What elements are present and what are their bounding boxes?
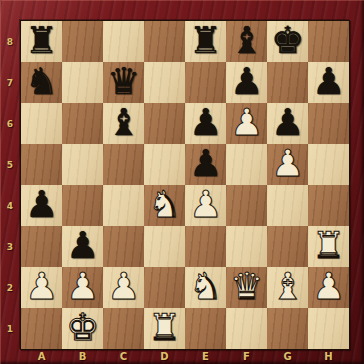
square-g4[interactable] (267, 185, 308, 226)
file-label-e: E (185, 349, 226, 364)
square-a1[interactable] (21, 308, 62, 349)
square-h6[interactable] (308, 103, 349, 144)
square-e1[interactable] (185, 308, 226, 349)
square-a5[interactable] (21, 144, 62, 185)
black-rook[interactable]: ♜ (25, 21, 58, 61)
white-pawn[interactable]: ♟ (230, 103, 263, 143)
file-label-b: B (62, 349, 103, 364)
square-f5[interactable] (226, 144, 267, 185)
square-b4[interactable] (62, 185, 103, 226)
white-bishop[interactable]: ♝ (271, 267, 304, 307)
square-e8[interactable]: ♜ (185, 21, 226, 62)
square-g7[interactable] (267, 62, 308, 103)
file-label-f: F (226, 349, 267, 364)
square-e4[interactable]: ♟ (185, 185, 226, 226)
square-a6[interactable] (21, 103, 62, 144)
square-b7[interactable] (62, 62, 103, 103)
file-label-g: G (267, 349, 308, 364)
rank-label-7: 7 (0, 62, 20, 103)
file-label-a: A (21, 349, 62, 364)
square-d1[interactable]: ♜ (144, 308, 185, 349)
chess-board: ♜♜♝♚♞♛♟♟♝♟♟♟♟♟♟♞♟♟♜♟♟♟♞♛♝♟♚♜ (20, 20, 350, 350)
white-pawn[interactable]: ♟ (189, 185, 222, 225)
square-f3[interactable] (226, 226, 267, 267)
square-a2[interactable]: ♟ (21, 267, 62, 308)
black-pawn[interactable]: ♟ (312, 62, 345, 102)
file-label-c: C (103, 349, 144, 364)
square-b5[interactable] (62, 144, 103, 185)
black-pawn[interactable]: ♟ (271, 103, 304, 143)
rank-label-2: 2 (0, 267, 20, 308)
rank-label-3: 3 (0, 226, 20, 267)
white-pawn[interactable]: ♟ (25, 267, 58, 307)
square-e5[interactable]: ♟ (185, 144, 226, 185)
black-pawn[interactable]: ♟ (189, 144, 222, 184)
white-rook[interactable]: ♜ (148, 308, 181, 348)
white-rook[interactable]: ♜ (312, 226, 345, 266)
square-g5[interactable]: ♟ (267, 144, 308, 185)
square-d3[interactable] (144, 226, 185, 267)
white-knight[interactable]: ♞ (189, 267, 222, 307)
square-f7[interactable]: ♟ (226, 62, 267, 103)
rank-label-6: 6 (0, 103, 20, 144)
square-d7[interactable] (144, 62, 185, 103)
square-e6[interactable]: ♟ (185, 103, 226, 144)
square-e7[interactable] (185, 62, 226, 103)
square-c3[interactable] (103, 226, 144, 267)
square-h3[interactable]: ♜ (308, 226, 349, 267)
black-pawn[interactable]: ♟ (25, 185, 58, 225)
square-d4[interactable]: ♞ (144, 185, 185, 226)
rank-label-4: 4 (0, 185, 20, 226)
square-g3[interactable] (267, 226, 308, 267)
white-knight[interactable]: ♞ (148, 185, 181, 225)
square-d2[interactable] (144, 267, 185, 308)
black-king[interactable]: ♚ (271, 21, 304, 61)
square-f8[interactable]: ♝ (226, 21, 267, 62)
board-frame: 87654321 ♜♜♝♚♞♛♟♟♝♟♟♟♟♟♟♞♟♟♜♟♟♟♞♛♝♟♚♜ AB… (0, 0, 364, 364)
black-pawn[interactable]: ♟ (189, 103, 222, 143)
square-f1[interactable] (226, 308, 267, 349)
file-labels: ABCDEFGH (21, 349, 349, 364)
square-h4[interactable] (308, 185, 349, 226)
square-d5[interactable] (144, 144, 185, 185)
black-rook[interactable]: ♜ (189, 21, 222, 61)
square-c7[interactable]: ♛ (103, 62, 144, 103)
square-b2[interactable]: ♟ (62, 267, 103, 308)
square-e2[interactable]: ♞ (185, 267, 226, 308)
white-queen[interactable]: ♛ (230, 267, 263, 307)
square-e3[interactable] (185, 226, 226, 267)
white-pawn[interactable]: ♟ (66, 267, 99, 307)
black-bishop[interactable]: ♝ (107, 103, 140, 143)
square-d6[interactable] (144, 103, 185, 144)
square-c1[interactable] (103, 308, 144, 349)
square-g1[interactable] (267, 308, 308, 349)
square-h2[interactable]: ♟ (308, 267, 349, 308)
square-c8[interactable] (103, 21, 144, 62)
square-c4[interactable] (103, 185, 144, 226)
square-g2[interactable]: ♝ (267, 267, 308, 308)
black-pawn[interactable]: ♟ (230, 62, 263, 102)
file-label-d: D (144, 349, 185, 364)
square-b3[interactable]: ♟ (62, 226, 103, 267)
rank-labels: 87654321 (0, 21, 20, 349)
square-c5[interactable] (103, 144, 144, 185)
white-king[interactable]: ♚ (66, 308, 99, 348)
square-d8[interactable] (144, 21, 185, 62)
file-label-h: H (308, 349, 349, 364)
black-queen[interactable]: ♛ (107, 62, 140, 102)
black-bishop[interactable]: ♝ (230, 21, 263, 61)
square-a7[interactable]: ♞ (21, 62, 62, 103)
square-f6[interactable]: ♟ (226, 103, 267, 144)
square-g6[interactable]: ♟ (267, 103, 308, 144)
black-pawn[interactable]: ♟ (66, 226, 99, 266)
square-c2[interactable]: ♟ (103, 267, 144, 308)
square-c6[interactable]: ♝ (103, 103, 144, 144)
rank-label-8: 8 (0, 21, 20, 62)
square-g8[interactable]: ♚ (267, 21, 308, 62)
square-h7[interactable]: ♟ (308, 62, 349, 103)
square-h1[interactable] (308, 308, 349, 349)
rank-label-1: 1 (0, 308, 20, 349)
square-b1[interactable]: ♚ (62, 308, 103, 349)
white-pawn[interactable]: ♟ (271, 144, 304, 184)
white-pawn[interactable]: ♟ (312, 267, 345, 307)
square-h5[interactable] (308, 144, 349, 185)
square-f2[interactable]: ♛ (226, 267, 267, 308)
square-a4[interactable]: ♟ (21, 185, 62, 226)
rank-label-5: 5 (0, 144, 20, 185)
square-b6[interactable] (62, 103, 103, 144)
square-h8[interactable] (308, 21, 349, 62)
black-knight[interactable]: ♞ (25, 62, 58, 102)
square-f4[interactable] (226, 185, 267, 226)
square-a3[interactable] (21, 226, 62, 267)
square-a8[interactable]: ♜ (21, 21, 62, 62)
square-b8[interactable] (62, 21, 103, 62)
white-pawn[interactable]: ♟ (107, 267, 140, 307)
